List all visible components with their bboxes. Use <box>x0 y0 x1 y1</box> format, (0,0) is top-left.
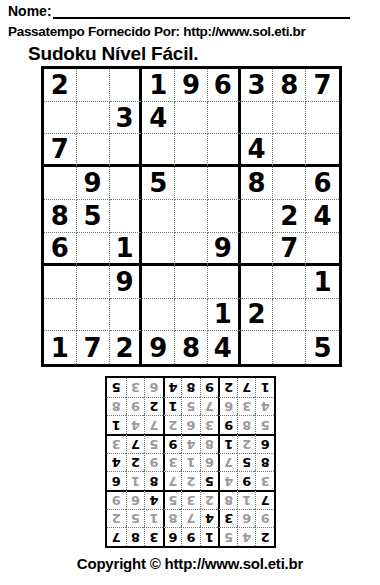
puzzle-cell-r6c1: 6 <box>44 233 77 266</box>
solution-cell-r6c8: 7 <box>126 434 145 453</box>
solution-cell-r2c4: 4 <box>200 509 219 528</box>
solution-cell-r9c9: 5 <box>107 378 126 397</box>
puzzle-cell-r9c9: 5 <box>306 331 339 364</box>
puzzle-cell-r8c3[interactable] <box>110 299 143 332</box>
solution-cell-r4c7: 8 <box>144 471 163 490</box>
puzzle-cell-r9c1: 1 <box>44 331 77 364</box>
puzzle-cell-r4c4: 5 <box>142 167 175 200</box>
solution-cell-r7c9: 1 <box>107 415 126 434</box>
solution-cell-r2c5: 7 <box>181 509 200 528</box>
puzzle-cell-r6c5[interactable] <box>175 233 208 266</box>
puzzle-cell-r8c7: 2 <box>241 299 274 332</box>
solution-cell-r2c1: 9 <box>255 509 274 528</box>
solution-cell-r3c2: 1 <box>237 490 256 509</box>
puzzle-cell-r7c1[interactable] <box>44 266 77 299</box>
puzzle-cell-r1c1: 2 <box>44 69 77 102</box>
solution-cell-r5c8: 2 <box>126 453 145 472</box>
solution-cell-r2c9: 2 <box>107 509 126 528</box>
solution-cell-r3c7: 4 <box>144 490 163 509</box>
solution-cell-r8c9: 8 <box>107 397 126 416</box>
solution-cell-r5c3: 7 <box>218 453 237 472</box>
puzzle-cell-r5c7[interactable] <box>241 200 274 233</box>
puzzle-cell-r2c3: 3 <box>110 102 143 135</box>
puzzle-cell-r1c6: 6 <box>208 69 241 102</box>
solution-cell-r8c3: 6 <box>218 397 237 416</box>
puzzle-cell-r4c1[interactable] <box>44 167 77 200</box>
puzzle-cell-r6c6: 9 <box>208 233 241 266</box>
solution-cell-r4c6: 7 <box>163 471 182 490</box>
puzzle-cell-r4c8[interactable] <box>273 167 306 200</box>
puzzle-cell-r6c7[interactable] <box>241 233 274 266</box>
puzzle-cell-r4c5[interactable] <box>175 167 208 200</box>
puzzle-cell-r4c9: 6 <box>306 167 339 200</box>
puzzle-cell-r7c8[interactable] <box>273 266 306 299</box>
puzzle-cell-r2c8[interactable] <box>273 102 306 135</box>
solution-cell-r8c2: 3 <box>237 397 256 416</box>
puzzle-cell-r6c3: 1 <box>110 233 143 266</box>
puzzle-cell-r9c7[interactable] <box>241 331 274 364</box>
solution-cell-r1c9: 7 <box>107 527 126 546</box>
solution-cell-r6c2: 2 <box>237 434 256 453</box>
puzzle-cell-r5c2: 5 <box>77 200 110 233</box>
solution-cell-r3c4: 2 <box>200 490 219 509</box>
puzzle-cell-r1c8: 8 <box>273 69 306 102</box>
puzzle-cell-r9c2: 7 <box>77 331 110 364</box>
puzzle-cell-r2c7[interactable] <box>241 102 274 135</box>
copyright-text: Copyright © http://www.sol.eti.br <box>0 555 380 572</box>
solution-cell-r8c1: 4 <box>255 397 274 416</box>
puzzle-cell-r7c6[interactable] <box>208 266 241 299</box>
puzzle-cell-r5c8: 2 <box>273 200 306 233</box>
puzzle-cell-r1c7: 3 <box>241 69 274 102</box>
solution-cell-r8c5: 5 <box>181 397 200 416</box>
solution-cell-r7c2: 8 <box>237 415 256 434</box>
solution-cell-r1c2: 4 <box>237 527 256 546</box>
puzzle-cell-r3c2[interactable] <box>77 134 110 167</box>
puzzle-cell-r7c7[interactable] <box>241 266 274 299</box>
solution-cell-r8c7: 2 <box>144 397 163 416</box>
solution-cell-r6c7: 5 <box>144 434 163 453</box>
sudoku-puzzle-board: 2196387347495868524619791121729845 <box>41 66 342 367</box>
puzzle-cell-r5c3[interactable] <box>110 200 143 233</box>
puzzle-cell-r1c4: 1 <box>142 69 175 102</box>
puzzle-cell-r4c6[interactable] <box>208 167 241 200</box>
puzzle-cell-r3c1: 7 <box>44 134 77 167</box>
solution-cell-r2c8: 5 <box>126 509 145 528</box>
solution-cell-r8c6: 1 <box>163 397 182 416</box>
puzzle-cell-r1c3[interactable] <box>110 69 143 102</box>
puzzle-cell-r9c4: 9 <box>142 331 175 364</box>
solution-cell-r6c4: 8 <box>200 434 219 453</box>
puzzle-cell-r3c6[interactable] <box>208 134 241 167</box>
puzzle-cell-r8c1[interactable] <box>44 299 77 332</box>
puzzle-cell-r6c4[interactable] <box>142 233 175 266</box>
puzzle-cell-r6c8: 7 <box>273 233 306 266</box>
solution-cell-r5c6: 3 <box>163 453 182 472</box>
solution-cell-r4c3: 4 <box>218 471 237 490</box>
puzzle-cell-r1c5: 9 <box>175 69 208 102</box>
solution-cell-r2c2: 6 <box>237 509 256 528</box>
solution-cell-r2c7: 1 <box>144 509 163 528</box>
puzzle-cell-r9c3: 2 <box>110 331 143 364</box>
puzzle-cell-r5c9: 4 <box>306 200 339 233</box>
solution-cell-r1c7: 3 <box>144 527 163 546</box>
solution-cell-r6c1: 6 <box>255 434 274 453</box>
solution-cell-r7c4: 3 <box>200 415 219 434</box>
puzzle-cell-r5c4[interactable] <box>142 200 175 233</box>
sudoku-worksheet-page: Nome: Passatempo Fornecido Por: http://w… <box>0 0 380 585</box>
puzzle-cell-r8c4[interactable] <box>142 299 175 332</box>
puzzle-cell-r3c4[interactable] <box>142 134 175 167</box>
solution-cell-r8c8: 9 <box>126 397 145 416</box>
puzzle-cell-r8c9[interactable] <box>306 299 339 332</box>
solution-cell-r1c5: 9 <box>181 527 200 546</box>
puzzle-cell-r3c9[interactable] <box>306 134 339 167</box>
solution-cell-r2c6: 8 <box>163 509 182 528</box>
solution-cell-r5c5: 1 <box>181 453 200 472</box>
puzzle-cell-r6c2[interactable] <box>77 233 110 266</box>
solution-cell-r7c5: 6 <box>181 415 200 434</box>
solution-cell-r1c6: 6 <box>163 527 182 546</box>
puzzle-cell-r8c8[interactable] <box>273 299 306 332</box>
solution-cell-r6c5: 4 <box>181 434 200 453</box>
solution-cell-r4c8: 1 <box>126 471 145 490</box>
puzzle-cell-r6c9[interactable] <box>306 233 339 266</box>
solution-cell-r4c1: 3 <box>255 471 274 490</box>
puzzle-cell-r8c6: 1 <box>208 299 241 332</box>
solution-cell-r3c1: 7 <box>255 490 274 509</box>
puzzle-cell-r3c8[interactable] <box>273 134 306 167</box>
solution-cell-r5c1: 8 <box>255 453 274 472</box>
puzzle-cell-r1c9: 7 <box>306 69 339 102</box>
puzzle-cell-r9c8[interactable] <box>273 331 306 364</box>
solution-cell-r1c8: 8 <box>126 527 145 546</box>
solution-cell-r1c1: 2 <box>255 527 274 546</box>
solution-cell-r9c7: 6 <box>144 378 163 397</box>
solution-cell-r9c6: 4 <box>163 378 182 397</box>
puzzle-cell-r4c2: 9 <box>77 167 110 200</box>
solution-cell-r7c6: 2 <box>163 415 182 434</box>
puzzle-cell-r8c2[interactable] <box>77 299 110 332</box>
puzzle-cell-r8c5[interactable] <box>175 299 208 332</box>
puzzle-cell-r7c9: 1 <box>306 266 339 299</box>
solution-cell-r4c9: 6 <box>107 471 126 490</box>
solution-cell-r6c6: 9 <box>163 434 182 453</box>
solution-cell-r5c4: 6 <box>200 453 219 472</box>
solution-cell-r3c5: 3 <box>181 490 200 509</box>
puzzle-cell-r3c3[interactable] <box>110 134 143 167</box>
solution-cell-r9c1: 1 <box>255 378 274 397</box>
solution-cell-r1c3: 5 <box>218 527 237 546</box>
puzzle-cell-r9c5: 8 <box>175 331 208 364</box>
solution-cell-r7c7: 7 <box>144 415 163 434</box>
solution-cell-r9c5: 8 <box>181 378 200 397</box>
sudoku-solution-board-rotated: 2451963879634781527182354693945278168576… <box>105 376 276 548</box>
puzzle-cell-r7c2[interactable] <box>77 266 110 299</box>
puzzle-cell-r2c2[interactable] <box>77 102 110 135</box>
solution-cell-r9c4: 9 <box>200 378 219 397</box>
puzzle-cell-r2c4: 4 <box>142 102 175 135</box>
puzzle-cell-r3c7: 4 <box>241 134 274 167</box>
solution-cell-r6c3: 1 <box>218 434 237 453</box>
name-row: Nome: <box>8 3 350 19</box>
solution-cell-r5c7: 9 <box>144 453 163 472</box>
puzzle-cell-r2c5[interactable] <box>175 102 208 135</box>
name-fill-line[interactable] <box>53 4 350 19</box>
solution-cell-r2c3: 3 <box>218 509 237 528</box>
puzzle-cell-r4c7: 8 <box>241 167 274 200</box>
provided-by-text: Passatempo Fornecido Por: http://www.sol… <box>8 24 305 39</box>
solution-cell-r3c6: 5 <box>163 490 182 509</box>
solution-cell-r4c2: 9 <box>237 471 256 490</box>
puzzle-cell-r5c1: 8 <box>44 200 77 233</box>
puzzle-cell-r2c6[interactable] <box>208 102 241 135</box>
solution-cell-r5c9: 4 <box>107 453 126 472</box>
puzzle-cell-r4c3[interactable] <box>110 167 143 200</box>
puzzle-cell-r7c5[interactable] <box>175 266 208 299</box>
name-label: Nome: <box>8 3 52 19</box>
solution-cell-r8c4: 7 <box>200 397 219 416</box>
solution-cell-r3c8: 6 <box>126 490 145 509</box>
puzzle-cell-r7c3: 9 <box>110 266 143 299</box>
puzzle-cell-r1c2[interactable] <box>77 69 110 102</box>
puzzle-cell-r9c6: 4 <box>208 331 241 364</box>
solution-cell-r7c3: 9 <box>218 415 237 434</box>
puzzle-cell-r2c1[interactable] <box>44 102 77 135</box>
solution-cell-r9c2: 7 <box>237 378 256 397</box>
puzzle-cell-r5c6[interactable] <box>208 200 241 233</box>
solution-cell-r3c9: 9 <box>107 490 126 509</box>
solution-cell-r7c8: 4 <box>126 415 145 434</box>
page-title: Sudoku Nível Fácil. <box>28 43 198 65</box>
solution-cell-r3c3: 8 <box>218 490 237 509</box>
puzzle-cell-r7c4[interactable] <box>142 266 175 299</box>
solution-cell-r5c2: 5 <box>237 453 256 472</box>
solution-cell-r7c1: 5 <box>255 415 274 434</box>
solution-cell-r9c8: 3 <box>126 378 145 397</box>
puzzle-cell-r3c5[interactable] <box>175 134 208 167</box>
solution-cell-r9c3: 2 <box>218 378 237 397</box>
solution-cell-r4c5: 2 <box>181 471 200 490</box>
puzzle-cell-r5c5[interactable] <box>175 200 208 233</box>
solution-cell-r6c9: 3 <box>107 434 126 453</box>
solution-cell-r4c4: 5 <box>200 471 219 490</box>
solution-cell-r1c4: 1 <box>200 527 219 546</box>
puzzle-cell-r2c9[interactable] <box>306 102 339 135</box>
